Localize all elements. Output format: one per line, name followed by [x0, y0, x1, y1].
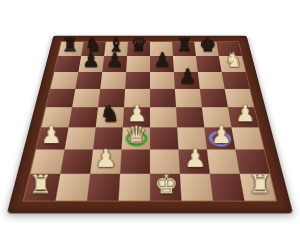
square-c6[interactable] [100, 72, 126, 89]
square-d6[interactable] [125, 72, 150, 89]
black-pawn-c7[interactable]: ♟ [105, 51, 123, 71]
black-rook-a8[interactable]: ♜ [61, 36, 78, 55]
square-a7[interactable] [54, 56, 81, 72]
chess-scene: ♜♞♝♛♜♚♟♟♟♞♟♞♟♟♟♛♟♟♟♜♚♜ [39, 2, 261, 142]
white-pawn-g3[interactable]: ♟ [210, 124, 231, 145]
square-h6[interactable] [222, 72, 250, 89]
square-g7[interactable] [196, 56, 222, 72]
black-rook-f8[interactable]: ♜ [176, 36, 193, 55]
square-e3[interactable] [150, 127, 178, 145]
square-a5[interactable] [46, 89, 75, 107]
white-knight-h7[interactable]: ♞ [224, 51, 242, 71]
black-pawn-f6[interactable]: ♟ [178, 67, 197, 88]
square-h3[interactable] [231, 127, 263, 145]
square-e4[interactable] [150, 107, 177, 127]
square-b3[interactable] [65, 127, 96, 145]
square-b5[interactable] [72, 89, 100, 107]
black-pawn-b7[interactable]: ♟ [82, 51, 100, 71]
black-knight-c4[interactable]: ♞ [99, 103, 119, 126]
black-queen-d8[interactable]: ♛ [130, 36, 147, 55]
square-g5[interactable] [200, 89, 228, 107]
white-pawn-h4[interactable]: ♟ [235, 103, 255, 126]
square-e6[interactable] [150, 72, 175, 89]
square-f4[interactable] [176, 107, 204, 127]
square-b4[interactable] [69, 107, 99, 127]
square-c3[interactable] [93, 127, 123, 145]
square-d7[interactable] [126, 56, 150, 72]
square-f3[interactable] [177, 127, 207, 145]
white-pawn-a3[interactable]: ♟ [40, 124, 61, 145]
black-king-g8[interactable]: ♚ [199, 36, 216, 55]
square-g6[interactable] [198, 72, 225, 89]
white-queen-d3[interactable]: ♛ [125, 124, 146, 145]
board-frame: ♜♞♝♛♜♚♟♟♟♞♟♞♟♟♟♛♟♟♟♜♚♜ [7, 36, 293, 145]
black-pawn-e7[interactable]: ♟ [153, 51, 171, 71]
square-a6[interactable] [50, 72, 78, 89]
square-b6[interactable] [75, 72, 102, 89]
square-e5[interactable] [150, 89, 176, 107]
square-f5[interactable] [175, 89, 202, 107]
